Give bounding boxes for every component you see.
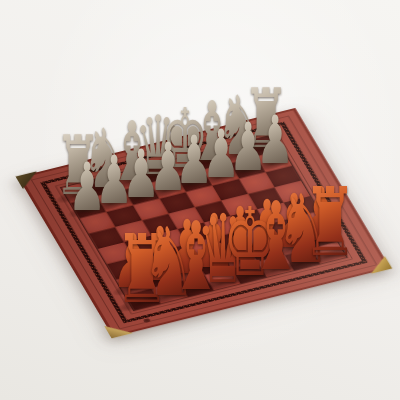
piece-layer: ♜♞♝♛♚♝♞♜♟♟♟♟♟♟♟♟♟♟♟♟♟♟♟♟♜♞♝♛♚♝♞♜ <box>0 0 400 400</box>
piece-copper-rook[interactable]: ♜ <box>303 175 357 270</box>
photo-scene: ♜♞♝♛♚♝♞♜♟♟♟♟♟♟♟♟♟♟♟♟♟♟♟♟♜♞♝♛♚♝♞♜ <box>0 0 400 400</box>
piece-silver-pawn[interactable]: ♟ <box>256 107 294 174</box>
